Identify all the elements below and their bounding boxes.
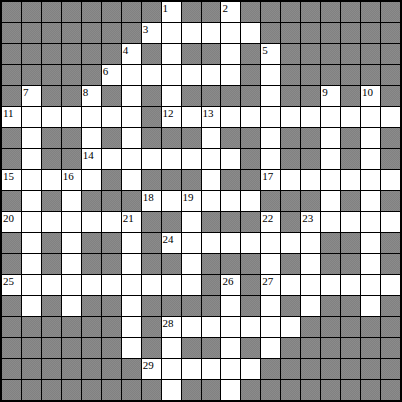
block-cell-r2c17: [341, 44, 360, 64]
white-cell-r13c13[interactable]: 27: [261, 275, 280, 295]
crossword-puzzle: 1234567891011121314151617181920212223242…: [0, 0, 402, 402]
white-cell-r5c5[interactable]: [102, 107, 121, 127]
block-cell-r18c3: [62, 380, 81, 400]
white-cell-r8c15[interactable]: [301, 170, 320, 190]
white-cell-r10c1[interactable]: [22, 212, 41, 232]
block-cell-r4c17: [341, 86, 360, 106]
white-cell-r5c3[interactable]: [62, 107, 81, 127]
white-cell-r17c12[interactable]: [241, 359, 260, 379]
block-cell-r1c3: [62, 23, 81, 43]
clue-number-24: 24: [163, 233, 174, 245]
block-cell-r0c12: [241, 2, 260, 22]
white-cell-r12c6[interactable]: [122, 254, 141, 274]
white-cell-r14c13[interactable]: [261, 296, 280, 316]
block-cell-r9c14: [281, 191, 300, 211]
white-cell-r2c8[interactable]: [162, 44, 181, 64]
white-cell-r1c11[interactable]: [221, 23, 240, 43]
block-cell-r0c2: [42, 2, 61, 22]
white-cell-r5c14[interactable]: [281, 107, 300, 127]
block-cell-r0c18: [361, 2, 380, 22]
white-cell-r14c6[interactable]: [122, 296, 141, 316]
block-cell-r14c5: [102, 296, 121, 316]
white-cell-r15c10[interactable]: [202, 317, 221, 337]
white-cell-r10c0[interactable]: 20: [2, 212, 21, 232]
crossword-board: 1234567891011121314151617181920212223242…: [0, 0, 402, 402]
white-cell-r10c16[interactable]: [321, 212, 340, 232]
white-cell-r17c11[interactable]: [221, 359, 240, 379]
white-cell-r5c9[interactable]: [182, 107, 201, 127]
white-cell-r8c14[interactable]: [281, 170, 300, 190]
white-cell-r10c3[interactable]: [62, 212, 81, 232]
clue-number-1: 1: [163, 2, 169, 14]
block-cell-r14c7: [142, 296, 161, 316]
block-cell-r10c8: [162, 212, 181, 232]
block-cell-r1c18: [361, 23, 380, 43]
white-cell-r15c9[interactable]: [182, 317, 201, 337]
white-cell-r8c13[interactable]: 17: [261, 170, 280, 190]
white-cell-r11c1[interactable]: [22, 233, 41, 253]
block-cell-r18c5: [102, 380, 121, 400]
clue-number-6: 6: [103, 65, 109, 77]
white-cell-r9c9[interactable]: 19: [182, 191, 201, 211]
block-cell-r0c16: [321, 2, 340, 22]
white-cell-r7c16[interactable]: [321, 149, 340, 169]
block-cell-r15c4: [82, 317, 101, 337]
block-cell-r0c7: [142, 2, 161, 22]
white-cell-r10c6[interactable]: 21: [122, 212, 141, 232]
white-cell-r17c7[interactable]: 29: [142, 359, 161, 379]
white-cell-r13c11[interactable]: 26: [221, 275, 240, 295]
block-cell-r3c15: [301, 65, 320, 85]
block-cell-r18c15: [301, 380, 320, 400]
white-cell-r11c14[interactable]: [281, 233, 300, 253]
white-cell-r1c9[interactable]: [182, 23, 201, 43]
white-cell-r13c17[interactable]: [341, 275, 360, 295]
white-cell-r2c6[interactable]: 4: [122, 44, 141, 64]
block-cell-r16c0: [2, 338, 21, 358]
white-cell-r5c17[interactable]: [341, 107, 360, 127]
block-cell-r2c15: [301, 44, 320, 64]
white-cell-r17c9[interactable]: [182, 359, 201, 379]
white-cell-r14c18[interactable]: [361, 296, 380, 316]
white-cell-r2c13[interactable]: 5: [261, 44, 280, 64]
block-cell-r15c18: [361, 317, 380, 337]
white-cell-r5c13[interactable]: [261, 107, 280, 127]
block-cell-r6c5: [102, 128, 121, 148]
block-cell-r7c3: [62, 149, 81, 169]
white-cell-r4c1[interactable]: 7: [22, 86, 41, 106]
white-cell-r10c18[interactable]: [361, 212, 380, 232]
white-cell-r15c8[interactable]: 28: [162, 317, 181, 337]
white-cell-r10c9[interactable]: [182, 212, 201, 232]
white-cell-r11c6[interactable]: [122, 233, 141, 253]
clue-number-12: 12: [163, 107, 174, 119]
white-cell-r2c11[interactable]: [221, 44, 240, 64]
white-cell-r18c8[interactable]: [162, 380, 181, 400]
clue-number-17: 17: [262, 170, 273, 182]
white-cell-r11c3[interactable]: [62, 233, 81, 253]
white-cell-r13c14[interactable]: [281, 275, 300, 295]
block-cell-r12c5: [102, 254, 121, 274]
block-cell-r4c14: [281, 86, 300, 106]
white-cell-r6c10[interactable]: [202, 128, 221, 148]
block-cell-r12c12: [241, 254, 260, 274]
white-cell-r7c10[interactable]: [202, 149, 221, 169]
block-cell-r12c16: [321, 254, 340, 274]
block-cell-r11c7: [142, 233, 161, 253]
white-cell-r11c18[interactable]: [361, 233, 380, 253]
white-cell-r13c3[interactable]: [62, 275, 81, 295]
white-cell-r17c10[interactable]: [202, 359, 221, 379]
white-cell-r7c4[interactable]: 14: [82, 149, 101, 169]
block-cell-r17c15: [301, 359, 320, 379]
white-cell-r4c8[interactable]: [162, 86, 181, 106]
clue-number-18: 18: [143, 191, 154, 203]
white-cell-r9c10[interactable]: [202, 191, 221, 211]
block-cell-r18c16: [321, 380, 340, 400]
block-cell-r18c10: [202, 380, 221, 400]
block-cell-r4c2: [42, 86, 61, 106]
white-cell-r8c3[interactable]: 16: [62, 170, 81, 190]
white-cell-r5c16[interactable]: [321, 107, 340, 127]
block-cell-r10c11: [221, 212, 240, 232]
clue-number-20: 20: [3, 212, 14, 224]
white-cell-r8c6[interactable]: [122, 170, 141, 190]
white-cell-r10c19[interactable]: [381, 212, 400, 232]
white-cell-r5c8[interactable]: 12: [162, 107, 181, 127]
white-cell-r15c11[interactable]: [221, 317, 240, 337]
block-cell-r12c8: [162, 254, 181, 274]
block-cell-r14c12: [241, 296, 260, 316]
white-cell-r7c9[interactable]: [182, 149, 201, 169]
white-cell-r13c1[interactable]: [22, 275, 41, 295]
block-cell-r11c16: [321, 233, 340, 253]
block-cell-r17c13: [261, 359, 280, 379]
white-cell-r13c18[interactable]: [361, 275, 380, 295]
block-cell-r1c1: [22, 23, 41, 43]
white-cell-r5c0[interactable]: 11: [2, 107, 21, 127]
block-cell-r12c0: [2, 254, 21, 274]
block-cell-r15c5: [102, 317, 121, 337]
block-cell-r14c9: [182, 296, 201, 316]
white-cell-r9c16[interactable]: [321, 191, 340, 211]
block-cell-r1c6: [122, 23, 141, 43]
block-cell-r15c19: [381, 317, 400, 337]
white-cell-r7c8[interactable]: [162, 149, 181, 169]
white-cell-r5c6[interactable]: [122, 107, 141, 127]
block-cell-r1c15: [301, 23, 320, 43]
white-cell-r10c17[interactable]: [341, 212, 360, 232]
white-cell-r6c13[interactable]: [261, 128, 280, 148]
block-cell-r16c3: [62, 338, 81, 358]
clue-number-7: 7: [23, 86, 29, 98]
block-cell-r4c11: [221, 86, 240, 106]
white-cell-r5c15[interactable]: [301, 107, 320, 127]
block-cell-r18c17: [341, 380, 360, 400]
block-cell-r17c14: [281, 359, 300, 379]
block-cell-r18c9: [182, 380, 201, 400]
block-cell-r8c9: [182, 170, 201, 190]
white-cell-r5c2[interactable]: [42, 107, 61, 127]
white-cell-r14c3[interactable]: [62, 296, 81, 316]
white-cell-r7c11[interactable]: [221, 149, 240, 169]
white-cell-r13c7[interactable]: [142, 275, 161, 295]
white-cell-r6c6[interactable]: [122, 128, 141, 148]
white-cell-r10c5[interactable]: [102, 212, 121, 232]
clue-number-13: 13: [203, 107, 214, 119]
white-cell-r7c1[interactable]: [22, 149, 41, 169]
block-cell-r18c7: [142, 380, 161, 400]
white-cell-r11c9[interactable]: [182, 233, 201, 253]
block-cell-r0c10: [202, 2, 221, 22]
block-cell-r3c12: [241, 65, 260, 85]
white-cell-r9c8[interactable]: [162, 191, 181, 211]
white-cell-r11c12[interactable]: [241, 233, 260, 253]
white-cell-r8c19[interactable]: [381, 170, 400, 190]
block-cell-r3c2: [42, 65, 61, 85]
white-cell-r9c7[interactable]: 18: [142, 191, 161, 211]
block-cell-r12c7: [142, 254, 161, 274]
block-cell-r3c4: [82, 65, 101, 85]
block-cell-r17c17: [341, 359, 360, 379]
white-cell-r15c12[interactable]: [241, 317, 260, 337]
block-cell-r4c5: [102, 86, 121, 106]
white-cell-r3c6[interactable]: [122, 65, 141, 85]
block-cell-r16c7: [142, 338, 161, 358]
white-cell-r10c15[interactable]: 23: [301, 212, 320, 232]
block-cell-r4c19: [381, 86, 400, 106]
block-cell-r12c11: [221, 254, 240, 274]
white-cell-r11c11[interactable]: [221, 233, 240, 253]
white-cell-r11c13[interactable]: [261, 233, 280, 253]
block-cell-r9c13: [261, 191, 280, 211]
white-cell-r12c18[interactable]: [361, 254, 380, 274]
white-cell-r5c11[interactable]: [221, 107, 240, 127]
white-cell-r12c9[interactable]: [182, 254, 201, 274]
white-cell-r11c10[interactable]: [202, 233, 221, 253]
block-cell-r0c15: [301, 2, 320, 22]
white-cell-r4c4[interactable]: 8: [82, 86, 101, 106]
block-cell-r0c14: [281, 2, 300, 22]
clue-number-21: 21: [123, 212, 134, 224]
white-cell-r10c4[interactable]: [82, 212, 101, 232]
white-cell-r5c19[interactable]: [381, 107, 400, 127]
white-cell-r11c15[interactable]: [301, 233, 320, 253]
white-cell-r13c6[interactable]: [122, 275, 141, 295]
block-cell-r0c3: [62, 2, 81, 22]
white-cell-r15c6[interactable]: [122, 317, 141, 337]
white-cell-r16c11[interactable]: [221, 338, 240, 358]
white-cell-r9c3[interactable]: [62, 191, 81, 211]
white-cell-r5c1[interactable]: [22, 107, 41, 127]
white-cell-r15c14[interactable]: [281, 317, 300, 337]
block-cell-r13c10: [202, 275, 221, 295]
clue-number-16: 16: [63, 170, 74, 182]
white-cell-r7c5[interactable]: [102, 149, 121, 169]
block-cell-r2c10: [202, 44, 221, 64]
white-cell-r7c6[interactable]: [122, 149, 141, 169]
block-cell-r13c12: [241, 275, 260, 295]
white-cell-r0c8[interactable]: 1: [162, 2, 181, 22]
block-cell-r8c5: [102, 170, 121, 190]
white-cell-r13c19[interactable]: [381, 275, 400, 295]
block-cell-r14c8: [162, 296, 181, 316]
white-cell-r3c9[interactable]: [182, 65, 201, 85]
block-cell-r17c4: [82, 359, 101, 379]
white-cell-r3c7[interactable]: [142, 65, 161, 85]
block-cell-r9c17: [341, 191, 360, 211]
white-cell-r9c12[interactable]: [241, 191, 260, 211]
white-cell-r9c1[interactable]: [22, 191, 41, 211]
block-cell-r6c2: [42, 128, 61, 148]
white-cell-r13c5[interactable]: [102, 275, 121, 295]
white-cell-r8c17[interactable]: [341, 170, 360, 190]
block-cell-r2c7: [142, 44, 161, 64]
clue-number-23: 23: [302, 212, 313, 224]
white-cell-r7c7[interactable]: [142, 149, 161, 169]
clue-number-28: 28: [163, 317, 174, 329]
clue-number-27: 27: [262, 275, 273, 287]
white-cell-r4c18[interactable]: 10: [361, 86, 380, 106]
clue-number-11: 11: [3, 107, 14, 119]
white-cell-r9c11[interactable]: [221, 191, 240, 211]
white-cell-r5c12[interactable]: [241, 107, 260, 127]
block-cell-r0c9: [182, 2, 201, 22]
clue-number-14: 14: [83, 149, 94, 161]
white-cell-r1c10[interactable]: [202, 23, 221, 43]
white-cell-r13c4[interactable]: [82, 275, 101, 295]
white-cell-r3c11[interactable]: [221, 65, 240, 85]
white-cell-r3c13[interactable]: [261, 65, 280, 85]
block-cell-r2c1: [22, 44, 41, 64]
white-cell-r9c18[interactable]: [361, 191, 380, 211]
block-cell-r1c13: [261, 23, 280, 43]
white-cell-r8c10[interactable]: [202, 170, 221, 190]
block-cell-r12c17: [341, 254, 360, 274]
block-cell-r8c8: [162, 170, 181, 190]
white-cell-r8c2[interactable]: [42, 170, 61, 190]
white-cell-r6c18[interactable]: [361, 128, 380, 148]
white-cell-r5c4[interactable]: [82, 107, 101, 127]
white-cell-r18c11[interactable]: [221, 380, 240, 400]
white-cell-r17c8[interactable]: [162, 359, 181, 379]
white-cell-r8c4[interactable]: [82, 170, 101, 190]
block-cell-r18c4: [82, 380, 101, 400]
white-cell-r3c5[interactable]: 6: [102, 65, 121, 85]
block-cell-r2c9: [182, 44, 201, 64]
white-cell-r6c4[interactable]: [82, 128, 101, 148]
white-cell-r14c11[interactable]: [221, 296, 240, 316]
white-cell-r13c15[interactable]: [301, 275, 320, 295]
block-cell-r8c11: [221, 170, 240, 190]
white-cell-r16c8[interactable]: [162, 338, 181, 358]
block-cell-r1c2: [42, 23, 61, 43]
block-cell-r6c12: [241, 128, 260, 148]
white-cell-r3c10[interactable]: [202, 65, 221, 85]
block-cell-r2c12: [241, 44, 260, 64]
clue-number-19: 19: [183, 191, 194, 203]
block-cell-r14c10: [202, 296, 221, 316]
white-cell-r3c8[interactable]: [162, 65, 181, 85]
block-cell-r6c8: [162, 128, 181, 148]
white-cell-r10c13[interactable]: 22: [261, 212, 280, 232]
block-cell-r16c18: [361, 338, 380, 358]
white-cell-r1c7[interactable]: 3: [142, 23, 161, 43]
white-cell-r13c16[interactable]: [321, 275, 340, 295]
white-cell-r1c8[interactable]: [162, 23, 181, 43]
block-cell-r2c5: [102, 44, 121, 64]
block-cell-r16c16: [321, 338, 340, 358]
white-cell-r12c1[interactable]: [22, 254, 41, 274]
white-cell-r11c8[interactable]: 24: [162, 233, 181, 253]
white-cell-r14c15[interactable]: [301, 296, 320, 316]
block-cell-r10c7: [142, 212, 161, 232]
white-cell-r4c6[interactable]: [122, 86, 141, 106]
white-cell-r13c0[interactable]: 25: [2, 275, 21, 295]
block-cell-r2c3: [62, 44, 81, 64]
white-cell-r13c9[interactable]: [182, 275, 201, 295]
white-cell-r8c0[interactable]: 15: [2, 170, 21, 190]
white-cell-r7c13[interactable]: [261, 149, 280, 169]
white-cell-r8c1[interactable]: [22, 170, 41, 190]
white-cell-r4c16[interactable]: 9: [321, 86, 340, 106]
white-cell-r6c1[interactable]: [22, 128, 41, 148]
block-cell-r14c16: [321, 296, 340, 316]
block-cell-r16c4: [82, 338, 101, 358]
block-cell-r6c17: [341, 128, 360, 148]
white-cell-r14c1[interactable]: [22, 296, 41, 316]
block-cell-r7c2: [42, 149, 61, 169]
white-cell-r16c6[interactable]: [122, 338, 141, 358]
white-cell-r12c13[interactable]: [261, 254, 280, 274]
block-cell-r18c12: [241, 380, 260, 400]
white-cell-r10c2[interactable]: [42, 212, 61, 232]
block-cell-r5c7: [142, 107, 161, 127]
clue-number-15: 15: [3, 170, 14, 182]
block-cell-r9c19: [381, 191, 400, 211]
block-cell-r9c2: [42, 191, 61, 211]
white-cell-r8c16[interactable]: [321, 170, 340, 190]
block-cell-r3c18: [361, 65, 380, 85]
white-cell-r7c18[interactable]: [361, 149, 380, 169]
white-cell-r15c13[interactable]: [261, 317, 280, 337]
white-cell-r13c2[interactable]: [42, 275, 61, 295]
white-cell-r12c15[interactable]: [301, 254, 320, 274]
block-cell-r1c16: [321, 23, 340, 43]
block-cell-r0c19: [381, 2, 400, 22]
white-cell-r6c16[interactable]: [321, 128, 340, 148]
block-cell-r6c3: [62, 128, 81, 148]
white-cell-r1c12[interactable]: [241, 23, 260, 43]
block-cell-r1c0: [2, 23, 21, 43]
white-cell-r16c13[interactable]: [261, 338, 280, 358]
white-cell-r0c11[interactable]: 2: [221, 2, 240, 22]
white-cell-r5c10[interactable]: 13: [202, 107, 221, 127]
white-cell-r13c8[interactable]: [162, 275, 181, 295]
block-cell-r0c1: [22, 2, 41, 22]
block-cell-r15c2: [42, 317, 61, 337]
block-cell-r15c0: [2, 317, 21, 337]
block-cell-r3c17: [341, 65, 360, 85]
white-cell-r8c18[interactable]: [361, 170, 380, 190]
block-cell-r16c1: [22, 338, 41, 358]
white-cell-r4c13[interactable]: [261, 86, 280, 106]
clue-number-29: 29: [143, 359, 154, 371]
block-cell-r3c0: [2, 65, 21, 85]
white-cell-r12c3[interactable]: [62, 254, 81, 274]
block-cell-r4c0: [2, 86, 21, 106]
white-cell-r5c18[interactable]: [361, 107, 380, 127]
